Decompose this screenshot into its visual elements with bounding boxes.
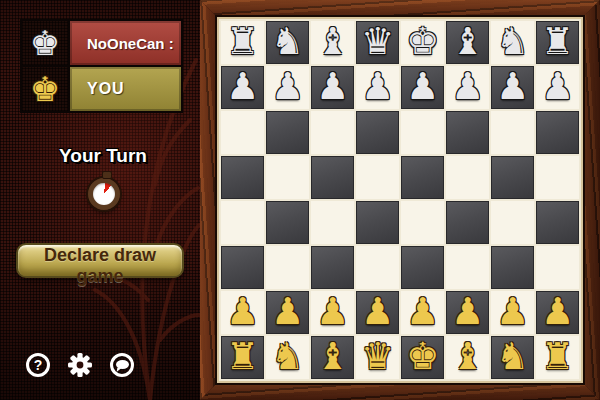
square-e1[interactable]: ♚ (401, 336, 444, 379)
piece-black-knight[interactable]: ♞ (271, 23, 304, 60)
square-e8[interactable]: ♚ (401, 21, 444, 64)
white-king-icon: ♚ (30, 72, 60, 106)
piece-black-bishop[interactable]: ♝ (451, 23, 484, 60)
piece-white-rook[interactable]: ♜ (226, 338, 259, 375)
piece-black-queen[interactable]: ♛ (361, 23, 394, 60)
piece-black-rook[interactable]: ♜ (226, 23, 259, 60)
square-f5[interactable] (446, 156, 489, 199)
chess-app: ♚ NoOneCan : ♚ YOU Your Turn Declare dra… (0, 0, 600, 400)
square-h4[interactable] (536, 201, 579, 244)
black-king-icon: ♚ (30, 26, 60, 60)
square-f6[interactable] (446, 111, 489, 154)
square-c7[interactable]: ♟ (311, 66, 354, 109)
player-row-opponent: ♚ NoOneCan : (22, 21, 181, 65)
square-e2[interactable]: ♟ (401, 291, 444, 334)
square-g3[interactable] (491, 246, 534, 289)
piece-white-pawn[interactable]: ♟ (361, 293, 394, 330)
piece-black-king[interactable]: ♚ (406, 23, 439, 60)
square-g4[interactable] (491, 201, 534, 244)
square-h1[interactable]: ♜ (536, 336, 579, 379)
square-b7[interactable]: ♟ (266, 66, 309, 109)
square-g6[interactable] (491, 111, 534, 154)
board-frame-left (200, 0, 220, 400)
square-a4[interactable] (221, 201, 264, 244)
turn-indicator-label: Your Turn (0, 145, 200, 167)
square-d8[interactable]: ♛ (356, 21, 399, 64)
stopwatch-icon (88, 178, 120, 210)
declare-draw-button[interactable]: Declare draw game (16, 243, 184, 278)
square-f7[interactable]: ♟ (446, 66, 489, 109)
square-h8[interactable]: ♜ (536, 21, 579, 64)
square-g2[interactable]: ♟ (491, 291, 534, 334)
square-a2[interactable]: ♟ (221, 291, 264, 334)
square-a7[interactable]: ♟ (221, 66, 264, 109)
square-b1[interactable]: ♞ (266, 336, 309, 379)
square-c5[interactable] (311, 156, 354, 199)
square-f2[interactable]: ♟ (446, 291, 489, 334)
piece-black-pawn[interactable]: ♟ (541, 68, 574, 105)
piece-white-knight[interactable]: ♞ (271, 338, 304, 375)
square-g8[interactable]: ♞ (491, 21, 534, 64)
square-b3[interactable] (266, 246, 309, 289)
piece-black-rook[interactable]: ♜ (541, 23, 574, 60)
square-h5[interactable] (536, 156, 579, 199)
footer-icon-bar: ? (26, 352, 134, 378)
square-c1[interactable]: ♝ (311, 336, 354, 379)
board-area: ♜♞♝♛♚♝♞♜♟♟♟♟♟♟♟♟♟♟♟♟♟♟♟♟♜♞♝♛♚♝♞♜ (200, 0, 600, 400)
square-b5[interactable] (266, 156, 309, 199)
square-a5[interactable] (221, 156, 264, 199)
piece-white-pawn[interactable]: ♟ (406, 293, 439, 330)
board-inner: ♜♞♝♛♚♝♞♜♟♟♟♟♟♟♟♟♟♟♟♟♟♟♟♟♜♞♝♛♚♝♞♜ (219, 19, 581, 381)
piece-white-pawn[interactable]: ♟ (496, 293, 529, 330)
piece-black-pawn[interactable]: ♟ (496, 68, 529, 105)
piece-black-pawn[interactable]: ♟ (226, 68, 259, 105)
square-f3[interactable] (446, 246, 489, 289)
square-g5[interactable] (491, 156, 534, 199)
square-d4[interactable] (356, 201, 399, 244)
help-icon[interactable]: ? (26, 353, 50, 377)
you-name: YOU (87, 80, 125, 98)
square-d6[interactable] (356, 111, 399, 154)
piece-white-rook[interactable]: ♜ (541, 338, 574, 375)
square-d2[interactable]: ♟ (356, 291, 399, 334)
piece-white-pawn[interactable]: ♟ (316, 293, 349, 330)
square-b8[interactable]: ♞ (266, 21, 309, 64)
square-g7[interactable]: ♟ (491, 66, 534, 109)
square-e3[interactable] (401, 246, 444, 289)
square-f1[interactable]: ♝ (446, 336, 489, 379)
piece-white-pawn[interactable]: ♟ (271, 293, 304, 330)
square-h2[interactable]: ♟ (536, 291, 579, 334)
piece-black-pawn[interactable]: ♟ (316, 68, 349, 105)
piece-black-pawn[interactable]: ♟ (406, 68, 439, 105)
board-frame-bottom (200, 380, 600, 400)
square-f8[interactable]: ♝ (446, 21, 489, 64)
sidebar: ♚ NoOneCan : ♚ YOU Your Turn Declare dra… (0, 0, 200, 400)
piece-black-pawn[interactable]: ♟ (451, 68, 484, 105)
piece-black-bishop[interactable]: ♝ (316, 23, 349, 60)
piece-black-knight[interactable]: ♞ (496, 23, 529, 60)
square-b2[interactable]: ♟ (266, 291, 309, 334)
player-panel: ♚ NoOneCan : ♚ YOU (20, 19, 183, 113)
you-icon-cell: ♚ (22, 67, 68, 111)
piece-white-pawn[interactable]: ♟ (541, 293, 574, 330)
square-e4[interactable] (401, 201, 444, 244)
board-frame-right (580, 0, 600, 400)
square-d7[interactable]: ♟ (356, 66, 399, 109)
opponent-name-plaque[interactable]: NoOneCan : (70, 21, 181, 65)
square-a6[interactable] (221, 111, 264, 154)
opponent-name: NoOneCan : (87, 35, 174, 52)
square-e7[interactable]: ♟ (401, 66, 444, 109)
square-d5[interactable] (356, 156, 399, 199)
square-e5[interactable] (401, 156, 444, 199)
piece-white-pawn[interactable]: ♟ (226, 293, 259, 330)
square-h3[interactable] (536, 246, 579, 289)
piece-black-pawn[interactable]: ♟ (361, 68, 394, 105)
square-d1[interactable]: ♛ (356, 336, 399, 379)
square-e6[interactable] (401, 111, 444, 154)
square-a8[interactable]: ♜ (221, 21, 264, 64)
board-frame-top (200, 0, 600, 20)
piece-white-pawn[interactable]: ♟ (451, 293, 484, 330)
square-b4[interactable] (266, 201, 309, 244)
square-c6[interactable] (311, 111, 354, 154)
opponent-icon-cell: ♚ (22, 21, 68, 65)
square-a3[interactable] (221, 246, 264, 289)
square-c8[interactable]: ♝ (311, 21, 354, 64)
gear-icon[interactable] (67, 352, 93, 378)
chat-icon[interactable] (110, 353, 134, 377)
piece-white-queen[interactable]: ♛ (361, 338, 394, 375)
piece-white-king[interactable]: ♚ (406, 338, 439, 375)
chess-board: ♜♞♝♛♚♝♞♜♟♟♟♟♟♟♟♟♟♟♟♟♟♟♟♟♜♞♝♛♚♝♞♜ (221, 21, 579, 379)
piece-white-bishop[interactable]: ♝ (451, 338, 484, 375)
piece-black-pawn[interactable]: ♟ (271, 68, 304, 105)
square-a1[interactable]: ♜ (221, 336, 264, 379)
square-f4[interactable] (446, 201, 489, 244)
you-name-plaque[interactable]: YOU (70, 67, 181, 111)
square-h6[interactable] (536, 111, 579, 154)
square-h7[interactable]: ♟ (536, 66, 579, 109)
piece-white-bishop[interactable]: ♝ (316, 338, 349, 375)
piece-white-knight[interactable]: ♞ (496, 338, 529, 375)
square-c3[interactable] (311, 246, 354, 289)
square-g1[interactable]: ♞ (491, 336, 534, 379)
square-c4[interactable] (311, 201, 354, 244)
square-c2[interactable]: ♟ (311, 291, 354, 334)
square-b6[interactable] (266, 111, 309, 154)
square-d3[interactable] (356, 246, 399, 289)
player-row-you: ♚ YOU (22, 67, 181, 111)
speech-bubble (116, 360, 129, 369)
